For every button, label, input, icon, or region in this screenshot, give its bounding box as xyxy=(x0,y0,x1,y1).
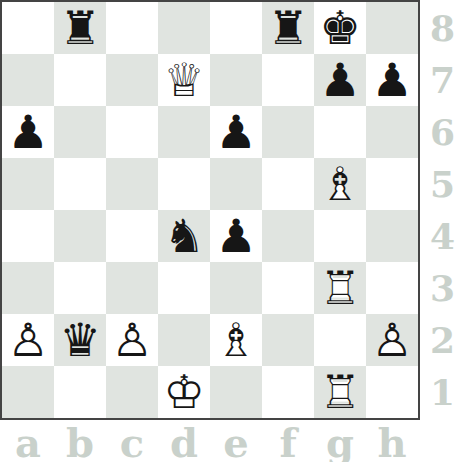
square-c4 xyxy=(106,210,158,262)
white-pawn: ♟♙ xyxy=(111,317,152,363)
square-h7: ♟ xyxy=(366,54,418,106)
square-h1 xyxy=(366,366,418,418)
square-h3 xyxy=(366,262,418,314)
file-label-d: d xyxy=(158,420,210,462)
square-e6: ♟ xyxy=(210,106,262,158)
square-a8 xyxy=(2,2,54,54)
square-g4 xyxy=(314,210,366,262)
square-a1 xyxy=(2,366,54,418)
square-g6 xyxy=(314,106,366,158)
square-a6: ♟ xyxy=(2,106,54,158)
white-rook: ♜♖ xyxy=(319,265,360,311)
square-c6 xyxy=(106,106,158,158)
square-g1: ♜♖ xyxy=(314,366,366,418)
square-e8 xyxy=(210,2,262,54)
square-d8 xyxy=(158,2,210,54)
black-pawn: ♟ xyxy=(215,213,256,259)
square-e5 xyxy=(210,158,262,210)
square-g8: ♚ xyxy=(314,2,366,54)
square-f2 xyxy=(262,314,314,366)
white-king: ♚♔ xyxy=(163,369,204,415)
square-c2: ♟♙ xyxy=(106,314,158,366)
black-pawn: ♟ xyxy=(215,109,256,155)
black-rook: ♜ xyxy=(59,5,100,51)
square-b3 xyxy=(54,262,106,314)
square-g7: ♟ xyxy=(314,54,366,106)
black-pawn: ♟ xyxy=(319,57,360,103)
black-pawn: ♟ xyxy=(7,109,48,155)
square-h5 xyxy=(366,158,418,210)
square-d3 xyxy=(158,262,210,314)
square-a5 xyxy=(2,158,54,210)
rank-label-8: 8 xyxy=(420,2,465,54)
white-rook: ♜♖ xyxy=(319,369,360,415)
white-pawn: ♟♙ xyxy=(371,317,412,363)
square-a2: ♟♙ xyxy=(2,314,54,366)
black-king: ♚ xyxy=(319,5,360,51)
square-d2 xyxy=(158,314,210,366)
square-c3 xyxy=(106,262,158,314)
square-f5 xyxy=(262,158,314,210)
square-d6 xyxy=(158,106,210,158)
square-b2: ♛ xyxy=(54,314,106,366)
square-d7: ♛♕ xyxy=(158,54,210,106)
square-f7 xyxy=(262,54,314,106)
square-h6 xyxy=(366,106,418,158)
square-e3 xyxy=(210,262,262,314)
square-d4: ♞ xyxy=(158,210,210,262)
chess-board: ♜♜♚♛♕♟♟♟♟♝♗♞♟♜♖♟♙♛♟♙♝♗♟♙♚♔♜♖ xyxy=(0,0,420,420)
square-g5: ♝♗ xyxy=(314,158,366,210)
file-label-b: b xyxy=(54,420,106,462)
rank-label-7: 7 xyxy=(420,54,465,106)
square-e4: ♟ xyxy=(210,210,262,262)
file-label-f: f xyxy=(262,420,314,462)
square-g2 xyxy=(314,314,366,366)
square-g3: ♜♖ xyxy=(314,262,366,314)
file-labels: abcdefgh xyxy=(2,420,418,462)
black-pawn: ♟ xyxy=(371,57,412,103)
square-f6 xyxy=(262,106,314,158)
rank-label-4: 4 xyxy=(420,210,465,262)
square-e2: ♝♗ xyxy=(210,314,262,366)
black-knight: ♞ xyxy=(163,213,204,259)
square-d1: ♚♔ xyxy=(158,366,210,418)
rank-label-3: 3 xyxy=(420,262,465,314)
square-h4 xyxy=(366,210,418,262)
white-bishop: ♝♗ xyxy=(215,317,256,363)
square-c5 xyxy=(106,158,158,210)
rank-label-6: 6 xyxy=(420,106,465,158)
rank-label-5: 5 xyxy=(420,158,465,210)
file-label-c: c xyxy=(106,420,158,462)
square-b7 xyxy=(54,54,106,106)
square-a4 xyxy=(2,210,54,262)
file-label-h: h xyxy=(366,420,418,462)
square-b1 xyxy=(54,366,106,418)
rank-label-1: 1 xyxy=(420,366,465,418)
white-queen: ♛♕ xyxy=(163,57,204,103)
square-c7 xyxy=(106,54,158,106)
square-e7 xyxy=(210,54,262,106)
file-label-a: a xyxy=(2,420,54,462)
rank-label-2: 2 xyxy=(420,314,465,366)
black-rook: ♜ xyxy=(267,5,308,51)
white-pawn: ♟♙ xyxy=(7,317,48,363)
square-c8 xyxy=(106,2,158,54)
chess-diagram: ♜♜♚♛♕♟♟♟♟♝♗♞♟♜♖♟♙♛♟♙♝♗♟♙♚♔♜♖ 87654321 ab… xyxy=(0,0,465,462)
black-queen: ♛ xyxy=(59,317,100,363)
square-b8: ♜ xyxy=(54,2,106,54)
square-h2: ♟♙ xyxy=(366,314,418,366)
square-f4 xyxy=(262,210,314,262)
square-a7 xyxy=(2,54,54,106)
square-b4 xyxy=(54,210,106,262)
square-c1 xyxy=(106,366,158,418)
square-h8 xyxy=(366,2,418,54)
square-e1 xyxy=(210,366,262,418)
rank-labels: 87654321 xyxy=(420,2,465,418)
square-b5 xyxy=(54,158,106,210)
square-d5 xyxy=(158,158,210,210)
square-a3 xyxy=(2,262,54,314)
square-f1 xyxy=(262,366,314,418)
white-bishop: ♝♗ xyxy=(319,161,360,207)
file-label-e: e xyxy=(210,420,262,462)
square-f8: ♜ xyxy=(262,2,314,54)
file-label-g: g xyxy=(314,420,366,462)
square-b6 xyxy=(54,106,106,158)
square-f3 xyxy=(262,262,314,314)
